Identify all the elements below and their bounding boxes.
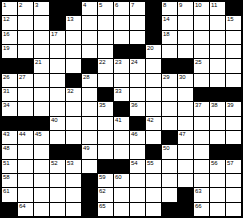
letter-cell[interactable]: [66, 188, 81, 201]
clue-number: 62: [99, 188, 106, 195]
letter-cell[interactable]: [130, 145, 145, 158]
letter-cell[interactable]: [146, 203, 161, 216]
letter-cell[interactable]: [34, 74, 49, 87]
letter-cell[interactable]: [162, 174, 177, 187]
black-square: [114, 160, 129, 173]
letter-cell[interactable]: 55: [146, 160, 161, 173]
letter-cell[interactable]: 49: [82, 145, 97, 158]
letter-cell[interactable]: [66, 117, 81, 130]
letter-cell[interactable]: 57: [226, 160, 241, 173]
letter-cell[interactable]: [114, 188, 129, 201]
black-square: [130, 117, 145, 130]
letter-cell[interactable]: [178, 102, 193, 115]
letter-cell[interactable]: [162, 45, 177, 58]
letter-cell[interactable]: [162, 102, 177, 115]
letter-cell[interactable]: 4: [82, 2, 97, 15]
letter-cell[interactable]: [98, 145, 113, 158]
letter-cell[interactable]: 37: [194, 102, 209, 115]
clue-number: 24: [131, 59, 138, 66]
clue-number: 55: [147, 160, 154, 167]
black-square: [226, 145, 241, 158]
letter-cell[interactable]: [194, 31, 209, 44]
letter-cell[interactable]: [82, 45, 97, 58]
letter-cell[interactable]: [210, 188, 225, 201]
letter-cell[interactable]: [114, 131, 129, 144]
clue-number: 16: [3, 31, 10, 38]
clue-number: 11: [211, 2, 217, 9]
clue-number: 8: [163, 2, 166, 9]
letter-cell[interactable]: [178, 117, 193, 130]
black-square: [82, 203, 97, 216]
black-square: [50, 145, 65, 158]
black-square: [98, 88, 113, 101]
black-square: [82, 59, 97, 72]
letter-cell[interactable]: 13: [66, 16, 81, 29]
letter-cell[interactable]: [50, 203, 65, 216]
letter-cell[interactable]: 47: [178, 131, 193, 144]
letter-cell[interactable]: [114, 145, 129, 158]
letter-cell[interactable]: [114, 16, 129, 29]
black-square: [130, 45, 145, 58]
letter-cell[interactable]: [194, 45, 209, 58]
clue-number: 10: [195, 2, 202, 9]
letter-cell[interactable]: 17: [50, 31, 65, 44]
letter-cell[interactable]: [34, 45, 49, 58]
letter-cell[interactable]: [18, 31, 33, 44]
black-square: [146, 145, 161, 158]
clue-number: 6: [115, 2, 118, 9]
clue-number: 33: [115, 88, 122, 95]
letter-cell[interactable]: [114, 203, 129, 216]
letter-cell[interactable]: [66, 203, 81, 216]
letter-cell[interactable]: 45: [34, 131, 49, 144]
black-square: [82, 188, 97, 201]
letter-cell[interactable]: [178, 45, 193, 58]
letter-cell[interactable]: 5: [98, 2, 113, 15]
letter-cell[interactable]: [146, 188, 161, 201]
black-square: [98, 160, 113, 173]
clue-number: 17: [51, 31, 58, 38]
crossword-grid: 1234567891011121314151617181920212223242…: [0, 0, 243, 218]
letter-cell[interactable]: [82, 102, 97, 115]
letter-cell[interactable]: [146, 102, 161, 115]
letter-cell[interactable]: 38: [210, 102, 225, 115]
letter-cell[interactable]: [82, 160, 97, 173]
letter-cell[interactable]: 39: [226, 102, 241, 115]
black-square: [2, 117, 17, 130]
letter-cell[interactable]: 16: [2, 31, 17, 44]
letter-cell[interactable]: [66, 59, 81, 72]
letter-cell[interactable]: [82, 16, 97, 29]
clue-number: 52: [51, 160, 58, 167]
letter-cell[interactable]: [18, 188, 33, 201]
clue-number: 23: [115, 59, 122, 66]
letter-cell[interactable]: [82, 117, 97, 130]
letter-cell[interactable]: [114, 31, 129, 44]
letter-cell[interactable]: [130, 174, 145, 187]
letter-cell[interactable]: 3: [34, 2, 49, 15]
letter-cell[interactable]: 7: [130, 2, 145, 15]
letter-cell[interactable]: 10: [194, 2, 209, 15]
letter-cell[interactable]: [226, 59, 241, 72]
letter-cell[interactable]: [50, 188, 65, 201]
clue-number: 4: [83, 2, 86, 9]
letter-cell[interactable]: 51: [2, 160, 17, 173]
clue-number: 34: [3, 102, 10, 109]
clue-number: 42: [147, 117, 154, 124]
letter-cell[interactable]: [194, 131, 209, 144]
letter-cell[interactable]: [50, 102, 65, 115]
letter-cell[interactable]: 21: [34, 59, 49, 72]
letter-cell[interactable]: [210, 45, 225, 58]
clue-number: 39: [227, 102, 234, 109]
clue-number: 35: [99, 102, 106, 109]
clue-number: 40: [51, 117, 58, 124]
letter-cell[interactable]: [82, 131, 97, 144]
letter-cell[interactable]: [82, 31, 97, 44]
letter-cell[interactable]: [178, 174, 193, 187]
clue-number: 64: [19, 203, 26, 210]
black-square: [210, 88, 225, 101]
clue-number: 13: [67, 16, 74, 23]
letter-cell[interactable]: 15: [226, 16, 241, 29]
letter-cell[interactable]: [114, 74, 129, 87]
letter-cell[interactable]: 62: [98, 188, 113, 201]
clue-number: 18: [163, 31, 170, 38]
black-square: [162, 203, 177, 216]
clue-number: 48: [3, 145, 10, 152]
black-square: [50, 16, 65, 29]
black-square: [162, 131, 177, 144]
letter-cell[interactable]: 20: [146, 45, 161, 58]
letter-cell[interactable]: [194, 145, 209, 158]
clue-number: 61: [3, 188, 10, 195]
clue-number: 14: [163, 16, 170, 23]
letter-cell[interactable]: [98, 117, 113, 130]
letter-cell[interactable]: [226, 131, 241, 144]
clue-number: 19: [3, 45, 10, 52]
clue-number: 65: [99, 203, 106, 210]
clue-number: 25: [195, 59, 202, 66]
letter-cell[interactable]: [210, 16, 225, 29]
letter-cell[interactable]: [130, 188, 145, 201]
clue-number: 3: [35, 2, 38, 9]
letter-cell[interactable]: [98, 45, 113, 58]
letter-cell[interactable]: [50, 88, 65, 101]
black-square: [162, 59, 177, 72]
letter-cell[interactable]: 42: [146, 117, 161, 130]
letter-cell[interactable]: [210, 174, 225, 187]
black-square: [34, 117, 49, 130]
letter-cell[interactable]: [66, 174, 81, 187]
letter-cell[interactable]: 18: [162, 31, 177, 44]
letter-cell[interactable]: [34, 145, 49, 158]
letter-cell[interactable]: [162, 188, 177, 201]
clue-number: 63: [195, 188, 202, 195]
letter-cell[interactable]: 1: [2, 2, 17, 15]
letter-cell[interactable]: [178, 31, 193, 44]
letter-cell[interactable]: 54: [130, 160, 145, 173]
crossword-puzzle: 1234567891011121314151617181920212223242…: [0, 0, 243, 218]
clue-number: 41: [115, 117, 122, 124]
black-square: [2, 203, 17, 216]
clue-number: 29: [163, 74, 170, 81]
letter-cell[interactable]: 59: [98, 174, 113, 187]
letter-cell[interactable]: 14: [162, 16, 177, 29]
clue-number: 66: [195, 203, 202, 210]
letter-cell[interactable]: 44: [18, 131, 33, 144]
letter-cell[interactable]: [34, 188, 49, 201]
letter-cell[interactable]: [18, 102, 33, 115]
letter-cell[interactable]: [18, 88, 33, 101]
black-square: [226, 2, 241, 15]
letter-cell[interactable]: [194, 74, 209, 87]
black-square: [66, 74, 81, 87]
letter-cell[interactable]: 58: [2, 174, 17, 187]
letter-cell[interactable]: 23: [114, 59, 129, 72]
black-square: [146, 16, 161, 29]
letter-cell[interactable]: 31: [2, 88, 17, 101]
letter-cell[interactable]: [178, 160, 193, 173]
clue-number: 5: [99, 2, 102, 9]
letter-cell[interactable]: 26: [2, 74, 17, 87]
clue-number: 26: [3, 74, 10, 81]
letter-cell[interactable]: [194, 174, 209, 187]
black-square: [146, 2, 161, 15]
letter-cell[interactable]: 29: [162, 74, 177, 87]
letter-cell[interactable]: 46: [130, 131, 145, 144]
black-square: [66, 2, 81, 15]
letter-cell[interactable]: [50, 59, 65, 72]
letter-cell[interactable]: [130, 74, 145, 87]
letter-cell[interactable]: [18, 174, 33, 187]
letter-cell[interactable]: [226, 74, 241, 87]
letter-cell[interactable]: [34, 102, 49, 115]
letter-cell[interactable]: 64: [18, 203, 33, 216]
black-square: [18, 59, 33, 72]
letter-cell[interactable]: 60: [114, 174, 129, 187]
clue-number: 28: [83, 74, 90, 81]
clue-number: 44: [19, 131, 26, 138]
clue-number: 57: [227, 160, 234, 167]
letter-cell[interactable]: [226, 31, 241, 44]
letter-cell[interactable]: 41: [114, 117, 129, 130]
letter-cell[interactable]: [98, 131, 113, 144]
letter-cell[interactable]: 66: [194, 203, 209, 216]
letter-cell[interactable]: [18, 145, 33, 158]
clue-number: 58: [3, 174, 10, 181]
letter-cell[interactable]: [66, 102, 81, 115]
letter-cell[interactable]: [82, 88, 97, 101]
letter-cell[interactable]: [146, 131, 161, 144]
letter-cell[interactable]: 2: [18, 2, 33, 15]
clue-number: 9: [179, 2, 182, 9]
letter-cell[interactable]: [226, 188, 241, 201]
black-square: [18, 117, 33, 130]
clue-number: 47: [179, 131, 186, 138]
letter-cell[interactable]: 52: [50, 160, 65, 173]
letter-cell[interactable]: 12: [2, 16, 17, 29]
letter-cell[interactable]: [18, 45, 33, 58]
clue-number: 22: [99, 59, 106, 66]
letter-cell[interactable]: 22: [98, 59, 113, 72]
letter-cell[interactable]: [162, 160, 177, 173]
letter-cell[interactable]: 34: [2, 102, 17, 115]
letter-cell[interactable]: [194, 16, 209, 29]
clue-number: 7: [131, 2, 134, 9]
letter-cell[interactable]: 30: [178, 74, 193, 87]
letter-cell[interactable]: 19: [2, 45, 17, 58]
letter-cell[interactable]: [146, 88, 161, 101]
letter-cell[interactable]: 35: [98, 102, 113, 115]
letter-cell[interactable]: [178, 16, 193, 29]
letter-cell[interactable]: 65: [98, 203, 113, 216]
clue-number: 15: [227, 16, 234, 23]
letter-cell[interactable]: [50, 174, 65, 187]
clue-number: 1: [3, 2, 6, 9]
clue-number: 46: [131, 131, 138, 138]
letter-cell[interactable]: [210, 117, 225, 130]
letter-cell[interactable]: [226, 45, 241, 58]
letter-cell[interactable]: [66, 131, 81, 144]
black-square: [66, 145, 81, 158]
clue-number: 43: [3, 131, 10, 138]
clue-number: 21: [35, 59, 42, 66]
letter-cell[interactable]: [194, 160, 209, 173]
letter-cell[interactable]: [98, 31, 113, 44]
clue-number: 60: [115, 174, 122, 181]
letter-cell[interactable]: [50, 45, 65, 58]
letter-cell[interactable]: [210, 59, 225, 72]
letter-cell[interactable]: 40: [50, 117, 65, 130]
letter-cell[interactable]: [146, 59, 161, 72]
letter-cell[interactable]: [50, 74, 65, 87]
clue-number: 54: [131, 160, 138, 167]
letter-cell[interactable]: [66, 45, 81, 58]
clue-number: 27: [19, 74, 26, 81]
clue-number: 59: [99, 174, 106, 181]
letter-cell[interactable]: 48: [2, 145, 17, 158]
letter-cell[interactable]: 8: [162, 2, 177, 15]
letter-cell[interactable]: [18, 16, 33, 29]
black-square: [178, 203, 193, 216]
clue-number: 56: [211, 160, 218, 167]
black-square: [114, 102, 129, 115]
letter-cell[interactable]: [34, 31, 49, 44]
letter-cell[interactable]: [130, 31, 145, 44]
letter-cell[interactable]: 24: [130, 59, 145, 72]
black-square: [146, 31, 161, 44]
letter-cell[interactable]: 33: [114, 88, 129, 101]
clue-number: 53: [67, 160, 74, 167]
letter-cell[interactable]: [98, 16, 113, 29]
letter-cell[interactable]: [178, 88, 193, 101]
clue-number: 38: [211, 102, 218, 109]
black-square: [114, 45, 129, 58]
clue-number: 51: [3, 160, 10, 167]
letter-cell[interactable]: 43: [2, 131, 17, 144]
clue-number: 20: [147, 45, 154, 52]
letter-cell[interactable]: 28: [82, 74, 97, 87]
letter-cell[interactable]: [210, 203, 225, 216]
letter-cell[interactable]: 63: [194, 188, 209, 201]
clue-number: 37: [195, 102, 202, 109]
black-square: [2, 59, 17, 72]
letter-cell[interactable]: [226, 117, 241, 130]
letter-cell[interactable]: [210, 31, 225, 44]
letter-cell[interactable]: [130, 88, 145, 101]
letter-cell[interactable]: 9: [178, 2, 193, 15]
clue-number: 12: [3, 16, 10, 23]
clue-number: 2: [19, 2, 22, 9]
clue-number: 49: [83, 145, 90, 152]
letter-cell[interactable]: [226, 174, 241, 187]
letter-cell[interactable]: [146, 74, 161, 87]
letter-cell[interactable]: [50, 131, 65, 144]
letter-cell[interactable]: [130, 203, 145, 216]
letter-cell[interactable]: 50: [162, 145, 177, 158]
clue-number: 45: [35, 131, 42, 138]
letter-cell[interactable]: 32: [66, 88, 81, 101]
letter-cell[interactable]: [66, 31, 81, 44]
letter-cell[interactable]: [34, 160, 49, 173]
letter-cell[interactable]: [226, 203, 241, 216]
clue-number: 36: [131, 102, 138, 109]
letter-cell[interactable]: [162, 88, 177, 101]
letter-cell[interactable]: [210, 131, 225, 144]
letter-cell[interactable]: [178, 145, 193, 158]
black-square: [194, 88, 209, 101]
clue-number: 50: [163, 145, 170, 152]
letter-cell[interactable]: [34, 203, 49, 216]
letter-cell[interactable]: [162, 117, 177, 130]
letter-cell[interactable]: [98, 74, 113, 87]
black-square: [226, 88, 241, 101]
letter-cell[interactable]: [210, 74, 225, 87]
clue-number: 31: [3, 88, 10, 95]
black-square: [178, 188, 193, 201]
clue-number: 32: [67, 88, 74, 95]
letter-cell[interactable]: 6: [114, 2, 129, 15]
letter-cell[interactable]: 11: [210, 2, 225, 15]
letter-cell[interactable]: 25: [194, 59, 209, 72]
letter-cell[interactable]: 61: [2, 188, 17, 201]
letter-cell[interactable]: 53: [66, 160, 81, 173]
letter-cell[interactable]: [146, 174, 161, 187]
letter-cell[interactable]: [18, 160, 33, 173]
letter-cell[interactable]: [34, 174, 49, 187]
letter-cell[interactable]: 36: [130, 102, 145, 115]
black-square: [50, 2, 65, 15]
letter-cell[interactable]: 56: [210, 160, 225, 173]
letter-cell[interactable]: [194, 117, 209, 130]
letter-cell[interactable]: [34, 88, 49, 101]
black-square: [210, 145, 225, 158]
letter-cell[interactable]: 27: [18, 74, 33, 87]
letter-cell[interactable]: [34, 16, 49, 29]
clue-number: 30: [179, 74, 186, 81]
letter-cell[interactable]: [130, 16, 145, 29]
black-square: [178, 59, 193, 72]
black-square: [82, 174, 97, 187]
